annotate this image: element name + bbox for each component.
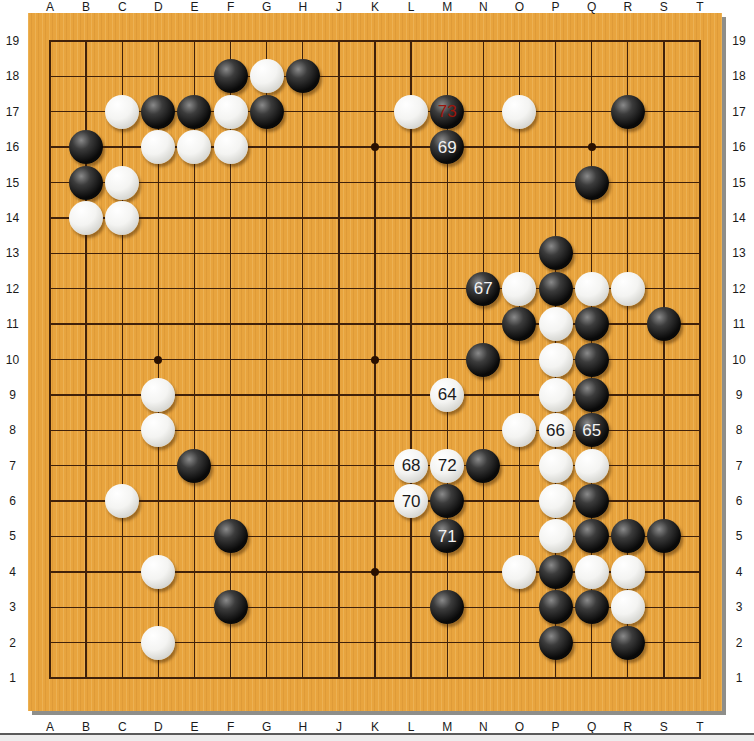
move-number: 64 [438, 386, 457, 403]
stone-black-M16: 69 [430, 130, 464, 164]
stone-black-O11 [502, 307, 536, 341]
stone-white-F16 [214, 130, 248, 164]
coord-label-right-17: 17 [727, 105, 751, 119]
stone-black-Q6 [575, 484, 609, 518]
stone-black-Q10 [575, 343, 609, 377]
coord-label-left-12: 12 [0, 282, 25, 296]
stone-black-F5 [214, 519, 248, 553]
coord-label-right-2: 2 [727, 636, 751, 650]
coord-label-top-K: K [371, 0, 379, 14]
coord-label-top-N: N [479, 0, 488, 14]
coord-label-left-14: 14 [0, 211, 25, 225]
move-number: 65 [582, 422, 601, 439]
coord-label-bottom-H: H [298, 720, 307, 734]
stone-black-P12 [539, 272, 573, 306]
coord-label-bottom-A: A [46, 720, 54, 734]
star-point [588, 143, 596, 151]
coord-label-bottom-M: M [442, 720, 452, 734]
stone-white-O12 [502, 272, 536, 306]
stone-black-P2 [539, 626, 573, 660]
star-point [371, 568, 379, 576]
stone-white-C6 [105, 484, 139, 518]
move-number: 69 [438, 139, 457, 156]
coord-label-left-7: 7 [0, 459, 25, 473]
go-diagram-screen: 73696764666568727071 AABBCCDDEEFFGGHHJJK… [0, 0, 754, 741]
coord-label-bottom-T: T [696, 720, 703, 734]
coord-label-right-11: 11 [727, 317, 751, 331]
grid-line [699, 40, 701, 679]
coord-label-left-6: 6 [0, 494, 25, 508]
coord-label-left-10: 10 [0, 353, 25, 367]
coord-label-right-7: 7 [727, 459, 751, 473]
coord-label-top-J: J [336, 0, 342, 14]
coord-label-top-F: F [227, 0, 234, 14]
coord-label-bottom-S: S [660, 720, 668, 734]
window-bottom-edge [0, 733, 754, 741]
move-number: 73 [438, 103, 457, 120]
stone-black-S5 [647, 519, 681, 553]
move-number: 72 [438, 457, 457, 474]
coord-label-top-S: S [660, 0, 668, 14]
coord-label-bottom-O: O [515, 720, 524, 734]
coord-label-right-8: 8 [727, 423, 751, 437]
stone-white-P9 [539, 378, 573, 412]
stone-white-Q7 [575, 449, 609, 483]
stone-white-D2 [141, 626, 175, 660]
stone-black-B16 [69, 130, 103, 164]
stone-white-P6 [539, 484, 573, 518]
stone-white-E16 [177, 130, 211, 164]
coord-label-left-2: 2 [0, 636, 25, 650]
coord-label-left-16: 16 [0, 140, 25, 154]
stone-black-Q5 [575, 519, 609, 553]
stone-black-P4 [539, 555, 573, 589]
grid-line [663, 40, 664, 679]
coord-label-top-D: D [154, 0, 163, 14]
grid-line [49, 677, 701, 679]
coord-label-left-9: 9 [0, 388, 25, 402]
coord-label-right-4: 4 [727, 565, 751, 579]
stone-white-F17 [214, 95, 248, 129]
stone-black-N12: 67 [466, 272, 500, 306]
stone-white-L17 [394, 95, 428, 129]
stone-white-C14 [105, 201, 139, 235]
coord-label-right-18: 18 [727, 69, 751, 83]
stone-black-N10 [466, 343, 500, 377]
coord-label-left-13: 13 [0, 246, 25, 260]
stone-white-G18 [250, 59, 284, 93]
coord-label-top-H: H [298, 0, 307, 14]
stone-white-D16 [141, 130, 175, 164]
stone-white-C15 [105, 166, 139, 200]
stone-white-C17 [105, 95, 139, 129]
coord-label-top-P: P [552, 0, 560, 14]
coord-label-right-3: 3 [727, 600, 751, 614]
stone-white-O17 [502, 95, 536, 129]
stone-white-D4 [141, 555, 175, 589]
stone-black-R17 [611, 95, 645, 129]
move-number: 68 [402, 457, 421, 474]
stone-black-Q9 [575, 378, 609, 412]
coord-label-bottom-L: L [408, 720, 415, 734]
stone-white-O8 [502, 413, 536, 447]
stone-black-Q3 [575, 590, 609, 624]
stone-black-S11 [647, 307, 681, 341]
stone-black-R2 [611, 626, 645, 660]
stone-black-M3 [430, 590, 464, 624]
coord-label-right-13: 13 [727, 246, 751, 260]
coord-label-right-5: 5 [727, 529, 751, 543]
coord-label-bottom-B: B [82, 720, 90, 734]
coord-label-bottom-P: P [552, 720, 560, 734]
stone-white-B14 [69, 201, 103, 235]
stone-black-P3 [539, 590, 573, 624]
coord-label-left-11: 11 [0, 317, 25, 331]
coord-label-bottom-D: D [154, 720, 163, 734]
star-point [371, 143, 379, 151]
coord-label-bottom-N: N [479, 720, 488, 734]
coord-label-left-5: 5 [0, 529, 25, 543]
coord-label-top-E: E [190, 0, 198, 14]
move-number: 66 [546, 422, 565, 439]
stone-white-L6: 70 [394, 484, 428, 518]
coord-label-right-14: 14 [727, 211, 751, 225]
coord-label-bottom-J: J [336, 720, 342, 734]
coord-label-bottom-E: E [190, 720, 198, 734]
coord-label-top-O: O [515, 0, 524, 14]
stone-black-M6 [430, 484, 464, 518]
stone-white-P8: 66 [539, 413, 573, 447]
coord-label-top-M: M [442, 0, 452, 14]
coord-label-top-L: L [408, 0, 415, 14]
stone-black-F3 [214, 590, 248, 624]
coord-label-right-1: 1 [727, 671, 751, 685]
stone-white-R3 [611, 590, 645, 624]
coord-label-left-19: 19 [0, 34, 25, 48]
coord-label-right-19: 19 [727, 34, 751, 48]
stone-black-E7 [177, 449, 211, 483]
coord-label-left-3: 3 [0, 600, 25, 614]
stone-white-P5 [539, 519, 573, 553]
coord-label-top-T: T [696, 0, 703, 14]
coord-label-right-15: 15 [727, 176, 751, 190]
stone-black-R5 [611, 519, 645, 553]
stone-white-R12 [611, 272, 645, 306]
stone-black-H18 [286, 59, 320, 93]
coord-label-bottom-G: G [262, 720, 271, 734]
stone-black-D17 [141, 95, 175, 129]
coord-label-right-12: 12 [727, 282, 751, 296]
stone-white-M9: 64 [430, 378, 464, 412]
coord-label-top-C: C [118, 0, 127, 14]
coord-label-left-8: 8 [0, 423, 25, 437]
coord-label-left-4: 4 [0, 565, 25, 579]
coord-label-top-A: A [46, 0, 54, 14]
stone-white-O4 [502, 555, 536, 589]
coord-label-left-15: 15 [0, 176, 25, 190]
stone-black-F18 [214, 59, 248, 93]
stone-white-M7: 72 [430, 449, 464, 483]
coord-label-right-9: 9 [727, 388, 751, 402]
stone-white-P7 [539, 449, 573, 483]
stone-black-G17 [250, 95, 284, 129]
stone-black-M5: 71 [430, 519, 464, 553]
stone-black-P13 [539, 236, 573, 270]
coord-label-bottom-R: R [623, 720, 632, 734]
coord-label-top-Q: Q [587, 0, 596, 14]
move-number: 71 [438, 528, 457, 545]
coord-label-top-R: R [623, 0, 632, 14]
stone-black-E17 [177, 95, 211, 129]
star-point [154, 356, 162, 364]
star-point [371, 356, 379, 364]
coord-label-left-17: 17 [0, 105, 25, 119]
stone-black-Q11 [575, 307, 609, 341]
coord-label-left-1: 1 [0, 671, 25, 685]
coord-label-right-6: 6 [727, 494, 751, 508]
coord-label-bottom-Q: Q [587, 720, 596, 734]
coord-label-right-10: 10 [727, 353, 751, 367]
stone-black-N7 [466, 449, 500, 483]
coord-label-bottom-F: F [227, 720, 234, 734]
stone-white-R4 [611, 555, 645, 589]
stone-white-P10 [539, 343, 573, 377]
stone-black-Q15 [575, 166, 609, 200]
stone-black-B15 [69, 166, 103, 200]
stone-black-M17: 73 [430, 95, 464, 129]
move-number: 67 [474, 280, 493, 297]
coord-label-top-G: G [262, 0, 271, 14]
stone-white-D8 [141, 413, 175, 447]
stone-white-D9 [141, 378, 175, 412]
stone-black-Q8: 65 [575, 413, 609, 447]
stone-white-P11 [539, 307, 573, 341]
stone-white-L7: 68 [394, 449, 428, 483]
move-number: 70 [402, 493, 421, 510]
coord-label-bottom-K: K [371, 720, 379, 734]
stone-white-Q12 [575, 272, 609, 306]
coord-label-bottom-C: C [118, 720, 127, 734]
coord-label-right-16: 16 [727, 140, 751, 154]
coord-label-left-18: 18 [0, 69, 25, 83]
go-board[interactable]: 73696764666568727071 [28, 13, 722, 711]
stone-white-Q4 [575, 555, 609, 589]
coord-label-top-B: B [82, 0, 90, 14]
grid-line [410, 40, 411, 679]
